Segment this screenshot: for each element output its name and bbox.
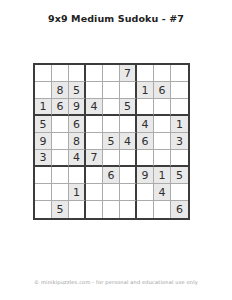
cell-r4c4[interactable] xyxy=(86,116,103,133)
cell-r5c2[interactable] xyxy=(52,133,69,150)
cell-r5c1: 9 xyxy=(35,133,52,150)
cell-r1c7[interactable] xyxy=(137,65,154,82)
cell-r8c9[interactable] xyxy=(171,184,188,201)
cell-r5c3: 8 xyxy=(69,133,86,150)
cell-r7c8: 1 xyxy=(154,167,171,184)
cell-r5c4[interactable] xyxy=(86,133,103,150)
cell-r5c9: 3 xyxy=(171,133,188,150)
cell-r2c2: 8 xyxy=(52,82,69,99)
cell-r5c7: 6 xyxy=(137,133,154,150)
cell-r3c5[interactable] xyxy=(103,99,120,116)
cell-r8c3: 1 xyxy=(69,184,86,201)
copyright-footer: © minikipuzzles.com - for personal and e… xyxy=(0,279,232,285)
cell-r7c5: 6 xyxy=(103,167,120,184)
cell-r9c3[interactable] xyxy=(69,201,86,218)
cell-r6c6[interactable] xyxy=(120,150,137,167)
cell-r7c2[interactable] xyxy=(52,167,69,184)
cell-r8c4[interactable] xyxy=(86,184,103,201)
cell-r1c1[interactable] xyxy=(35,65,52,82)
cell-r9c9: 6 xyxy=(171,201,188,218)
cell-r1c2[interactable] xyxy=(52,65,69,82)
cell-r8c5[interactable] xyxy=(103,184,120,201)
cell-r3c7[interactable] xyxy=(137,99,154,116)
cell-r6c5[interactable] xyxy=(103,150,120,167)
cell-r9c4[interactable] xyxy=(86,201,103,218)
cell-r1c4[interactable] xyxy=(86,65,103,82)
cell-r9c8[interactable] xyxy=(154,201,171,218)
cell-r6c2[interactable] xyxy=(52,150,69,167)
cell-r3c8[interactable] xyxy=(154,99,171,116)
cell-r6c8[interactable] xyxy=(154,150,171,167)
cell-r8c2[interactable] xyxy=(52,184,69,201)
cell-r1c5[interactable] xyxy=(103,65,120,82)
cell-r8c6[interactable] xyxy=(120,184,137,201)
cell-r2c6[interactable] xyxy=(120,82,137,99)
cell-r2c9[interactable] xyxy=(171,82,188,99)
cell-r9c5[interactable] xyxy=(103,201,120,218)
cell-r9c1[interactable] xyxy=(35,201,52,218)
cell-r5c6: 4 xyxy=(120,133,137,150)
cell-r4c3: 6 xyxy=(69,116,86,133)
sudoku-grid: 7851616945564198546334769151456 xyxy=(33,63,190,220)
cell-r1c9[interactable] xyxy=(171,65,188,82)
cell-r2c7: 1 xyxy=(137,82,154,99)
cell-r1c8[interactable] xyxy=(154,65,171,82)
cell-r8c8: 4 xyxy=(154,184,171,201)
cell-r6c4: 7 xyxy=(86,150,103,167)
cell-r3c1: 1 xyxy=(35,99,52,116)
cell-r2c8: 6 xyxy=(154,82,171,99)
cell-r1c3[interactable] xyxy=(69,65,86,82)
cell-r4c5[interactable] xyxy=(103,116,120,133)
cell-r3c3: 9 xyxy=(69,99,86,116)
cell-r3c4: 4 xyxy=(86,99,103,116)
cell-r4c7: 4 xyxy=(137,116,154,133)
cell-r4c2[interactable] xyxy=(52,116,69,133)
cell-r5c8[interactable] xyxy=(154,133,171,150)
cell-r9c6[interactable] xyxy=(120,201,137,218)
cell-r1c6: 7 xyxy=(120,65,137,82)
cell-r6c9[interactable] xyxy=(171,150,188,167)
cell-r9c2: 5 xyxy=(52,201,69,218)
cell-r7c4[interactable] xyxy=(86,167,103,184)
cell-r7c3[interactable] xyxy=(69,167,86,184)
cell-r5c5: 5 xyxy=(103,133,120,150)
cell-r7c1[interactable] xyxy=(35,167,52,184)
cell-r2c3: 5 xyxy=(69,82,86,99)
cell-r2c1[interactable] xyxy=(35,82,52,99)
cell-r7c7: 9 xyxy=(137,167,154,184)
cell-r4c8[interactable] xyxy=(154,116,171,133)
page-title: 9x9 Medium Sudoku - #7 xyxy=(0,13,232,24)
cell-r4c1: 5 xyxy=(35,116,52,133)
cell-r8c1[interactable] xyxy=(35,184,52,201)
cell-r2c4[interactable] xyxy=(86,82,103,99)
cell-r4c9: 1 xyxy=(171,116,188,133)
cell-r6c7[interactable] xyxy=(137,150,154,167)
cell-r3c6: 5 xyxy=(120,99,137,116)
cell-r2c5[interactable] xyxy=(103,82,120,99)
cell-r7c6[interactable] xyxy=(120,167,137,184)
cell-r3c2: 6 xyxy=(52,99,69,116)
cell-r6c3: 4 xyxy=(69,150,86,167)
cell-r9c7[interactable] xyxy=(137,201,154,218)
cell-r7c9: 5 xyxy=(171,167,188,184)
sudoku-board: 7851616945564198546334769151456 xyxy=(33,63,190,220)
cell-r8c7[interactable] xyxy=(137,184,154,201)
cell-r4c6[interactable] xyxy=(120,116,137,133)
cell-r6c1: 3 xyxy=(35,150,52,167)
cell-r3c9[interactable] xyxy=(171,99,188,116)
